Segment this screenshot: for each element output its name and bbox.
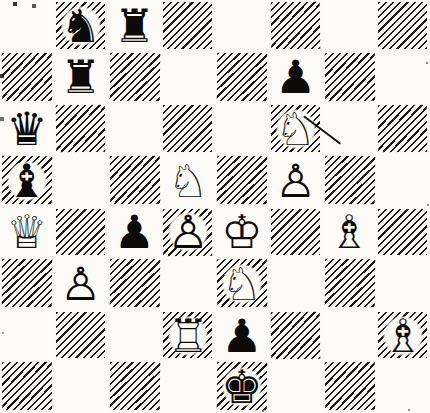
square-h6 bbox=[376, 103, 430, 155]
square-e1: ♚ bbox=[215, 361, 269, 413]
square-a6: ♛ bbox=[0, 103, 54, 155]
square-b5 bbox=[54, 155, 108, 207]
square-g4: ♗ bbox=[323, 207, 377, 259]
square-f6: ♘ bbox=[269, 103, 323, 155]
piece-black-pawn-e2: ♟ bbox=[217, 311, 267, 361]
square-c6 bbox=[108, 103, 162, 155]
piece-black-pawn-c4: ♟ bbox=[109, 207, 159, 257]
square-h1 bbox=[376, 361, 430, 413]
square-a7 bbox=[0, 52, 54, 104]
square-a5: ♝ bbox=[0, 155, 54, 207]
piece-white-pawn-d4: ♙ bbox=[163, 207, 213, 257]
square-g6 bbox=[323, 103, 377, 155]
piece-white-knight-f6: ♘ bbox=[271, 104, 321, 154]
square-h3 bbox=[376, 258, 430, 310]
square-g3 bbox=[323, 258, 377, 310]
square-c2 bbox=[108, 310, 162, 362]
square-e7 bbox=[215, 52, 269, 104]
square-c3 bbox=[108, 258, 162, 310]
square-a3 bbox=[0, 258, 54, 310]
square-g7 bbox=[323, 52, 377, 104]
square-e2: ♟ bbox=[215, 310, 269, 362]
square-b1 bbox=[54, 361, 108, 413]
square-e6 bbox=[215, 103, 269, 155]
piece-white-pawn-b3: ♙ bbox=[56, 259, 106, 309]
square-f5: ♙ bbox=[269, 155, 323, 207]
square-f4 bbox=[269, 207, 323, 259]
square-b7: ♜ bbox=[54, 52, 108, 104]
square-h5 bbox=[376, 155, 430, 207]
square-d4: ♙ bbox=[161, 207, 215, 259]
square-h2: ♗ bbox=[376, 310, 430, 362]
piece-white-pawn-f5: ♙ bbox=[271, 156, 321, 206]
square-d3 bbox=[161, 258, 215, 310]
square-b6 bbox=[54, 103, 108, 155]
square-a1 bbox=[0, 361, 54, 413]
piece-black-pawn-f7: ♟ bbox=[271, 52, 321, 102]
piece-black-rook-b7: ♜ bbox=[56, 52, 106, 102]
piece-black-queen-a6: ♛ bbox=[2, 104, 52, 154]
square-h8 bbox=[376, 0, 430, 52]
square-a8 bbox=[0, 0, 54, 52]
piece-black-king-e1: ♚ bbox=[217, 362, 267, 412]
square-e4: ♔ bbox=[215, 207, 269, 259]
square-f2 bbox=[269, 310, 323, 362]
square-c1 bbox=[108, 361, 162, 413]
square-c5 bbox=[108, 155, 162, 207]
square-b3: ♙ bbox=[54, 258, 108, 310]
square-g2 bbox=[323, 310, 377, 362]
square-g8 bbox=[323, 0, 377, 52]
square-f8 bbox=[269, 0, 323, 52]
square-d6 bbox=[161, 103, 215, 155]
piece-white-king-e4: ♔ bbox=[217, 207, 267, 257]
square-h4 bbox=[376, 207, 430, 259]
square-c4: ♟ bbox=[108, 207, 162, 259]
square-h7 bbox=[376, 52, 430, 104]
piece-black-knight-b8: ♞ bbox=[56, 1, 106, 51]
square-c8: ♜ bbox=[108, 0, 162, 52]
piece-black-bishop-a5: ♝ bbox=[2, 156, 52, 206]
square-d8 bbox=[161, 0, 215, 52]
square-b8: ♞ bbox=[54, 0, 108, 52]
square-e8 bbox=[215, 0, 269, 52]
square-e3: ♘ bbox=[215, 258, 269, 310]
square-d5: ♘ bbox=[161, 155, 215, 207]
piece-white-bishop-g4: ♗ bbox=[324, 207, 374, 257]
square-g1 bbox=[323, 361, 377, 413]
square-g5 bbox=[323, 155, 377, 207]
square-d7 bbox=[161, 52, 215, 104]
piece-white-knight-d5: ♘ bbox=[163, 156, 213, 206]
chess-board: ♞♜♜♟♛♘♝♘♙♕♟♙♔♗♙♘♖♟♗♚ bbox=[0, 0, 430, 413]
square-d2: ♖ bbox=[161, 310, 215, 362]
piece-white-queen-a4: ♕ bbox=[2, 207, 52, 257]
square-f3 bbox=[269, 258, 323, 310]
square-f1 bbox=[269, 361, 323, 413]
square-b2 bbox=[54, 310, 108, 362]
square-a2 bbox=[0, 310, 54, 362]
piece-black-rook-c8: ♜ bbox=[109, 1, 159, 51]
piece-white-rook-d2: ♖ bbox=[163, 311, 213, 361]
square-c7 bbox=[108, 52, 162, 104]
piece-white-knight-e3: ♘ bbox=[217, 259, 267, 309]
square-b4 bbox=[54, 207, 108, 259]
scanned-chess-diagram: ♞♜♜♟♛♘♝♘♙♕♟♙♔♗♙♘♖♟♗♚ bbox=[0, 0, 430, 413]
square-a4: ♕ bbox=[0, 207, 54, 259]
piece-white-bishop-h2: ♗ bbox=[378, 311, 428, 361]
square-e5 bbox=[215, 155, 269, 207]
square-f7: ♟ bbox=[269, 52, 323, 104]
square-d1 bbox=[161, 361, 215, 413]
